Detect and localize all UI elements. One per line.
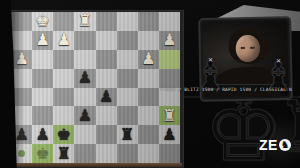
square-f5[interactable] [53, 88, 74, 107]
stream-frame: ♜ ♚ ♝ ♝ ✕ ✕ ♚♜♟♟♟♟♟♟♟♟♜♟♟♚♜♟♚♜ ⚡ 1500 / … [0, 0, 300, 168]
square-g4[interactable] [32, 69, 53, 88]
square-d6[interactable] [96, 106, 117, 125]
square-f4[interactable] [53, 69, 74, 88]
square-g6[interactable] [32, 106, 53, 125]
square-e1[interactable]: ♜ [74, 12, 95, 31]
square-c6[interactable] [117, 106, 138, 125]
square-e6[interactable]: ♟ [74, 106, 95, 125]
square-c1[interactable] [117, 12, 138, 31]
square-e7[interactable] [74, 125, 95, 144]
square-c8[interactable] [117, 144, 138, 163]
square-g5[interactable] [32, 88, 53, 107]
square-c3[interactable] [117, 50, 138, 69]
white-pawn: ♟ [57, 32, 71, 48]
ghost-black-king: ♚ [36, 146, 50, 162]
square-b6[interactable] [138, 106, 159, 125]
square-g3[interactable] [32, 50, 53, 69]
square-d1[interactable] [96, 12, 117, 31]
square-f1[interactable] [53, 12, 74, 31]
square-f7[interactable]: ♚ [53, 125, 74, 144]
white-pawn: ♟ [162, 32, 176, 48]
square-a1[interactable] [159, 12, 180, 31]
square-c2[interactable] [117, 31, 138, 50]
square-b1[interactable] [138, 12, 159, 31]
square-f2[interactable]: ♟ [53, 31, 74, 50]
black-pawn: ♟ [78, 108, 92, 124]
square-f6[interactable] [53, 106, 74, 125]
white-pawn: ♟ [14, 51, 28, 67]
logo-disc: ♞ [279, 139, 291, 151]
square-f3[interactable] [53, 50, 74, 69]
square-d5[interactable]: ♟ [96, 88, 117, 107]
square-b2[interactable] [138, 31, 159, 50]
square-f8[interactable]: ♜ [53, 144, 74, 163]
black-pawn: ♟ [78, 70, 92, 86]
square-c5[interactable] [117, 88, 138, 107]
square-e2[interactable] [74, 31, 95, 50]
square-b3[interactable]: ♟ [138, 50, 159, 69]
black-king: ♚ [57, 127, 71, 143]
square-h1[interactable] [11, 12, 32, 31]
ratings-text: 1500 / BLITZ 1500 / RAPID 1500 / CLASSIC… [164, 87, 292, 92]
white-rook: ♜ [162, 108, 176, 124]
square-d7[interactable] [96, 125, 117, 144]
square-g1[interactable]: ♚ [32, 12, 53, 31]
zeo-logo: ZE ♞ [259, 136, 291, 153]
square-a6[interactable]: ♜ [159, 106, 180, 125]
square-g8[interactable]: ♚ [32, 144, 53, 163]
knight-logo-icon: ♞ [280, 139, 289, 149]
square-e4[interactable]: ♟ [74, 69, 95, 88]
ratings-banner: ⚡ 1500 / BLITZ 1500 / RAPID 1500 / CLASS… [156, 85, 296, 94]
square-e8[interactable] [74, 144, 95, 163]
square-a3[interactable] [159, 50, 180, 69]
square-e5[interactable] [74, 88, 95, 107]
square-b8[interactable] [138, 144, 159, 163]
square-a8[interactable] [159, 144, 180, 163]
black-rook: ♜ [120, 127, 134, 143]
square-a2[interactable]: ♟ [159, 31, 180, 50]
legal-move-dot [18, 150, 25, 157]
white-pawn: ♟ [141, 51, 155, 67]
white-king: ♚ [36, 13, 50, 29]
black-pawn: ♟ [36, 127, 50, 143]
white-pawn: ♟ [36, 32, 50, 48]
square-g2[interactable]: ♟ [32, 31, 53, 50]
square-e3[interactable] [74, 50, 95, 69]
chess-board[interactable]: ♚♜♟♟♟♟♟♟♟♟♜♟♟♚♜♟♚♜ [11, 12, 180, 163]
white-rook: ♜ [78, 13, 92, 29]
bullet-icon: ⚡ [160, 87, 163, 92]
square-d2[interactable] [96, 31, 117, 50]
black-pawn: ♟ [99, 89, 113, 105]
square-h2[interactable] [11, 31, 32, 50]
logo-text: ZE [259, 138, 278, 152]
square-b7[interactable] [138, 125, 159, 144]
square-g7[interactable]: ♟ [32, 125, 53, 144]
square-d8[interactable] [96, 144, 117, 163]
square-a7[interactable]: ♟ [159, 125, 180, 144]
streamer-eyes [241, 47, 255, 49]
square-c7[interactable]: ♜ [117, 125, 138, 144]
black-rook: ♜ [57, 146, 71, 162]
square-c4[interactable] [117, 69, 138, 88]
black-pawn: ♟ [14, 127, 28, 143]
square-d3[interactable] [96, 50, 117, 69]
square-d4[interactable] [96, 69, 117, 88]
black-pawn: ♟ [162, 127, 176, 143]
board-frame-bottom [9, 163, 182, 167]
square-h3[interactable]: ♟ [11, 50, 32, 69]
